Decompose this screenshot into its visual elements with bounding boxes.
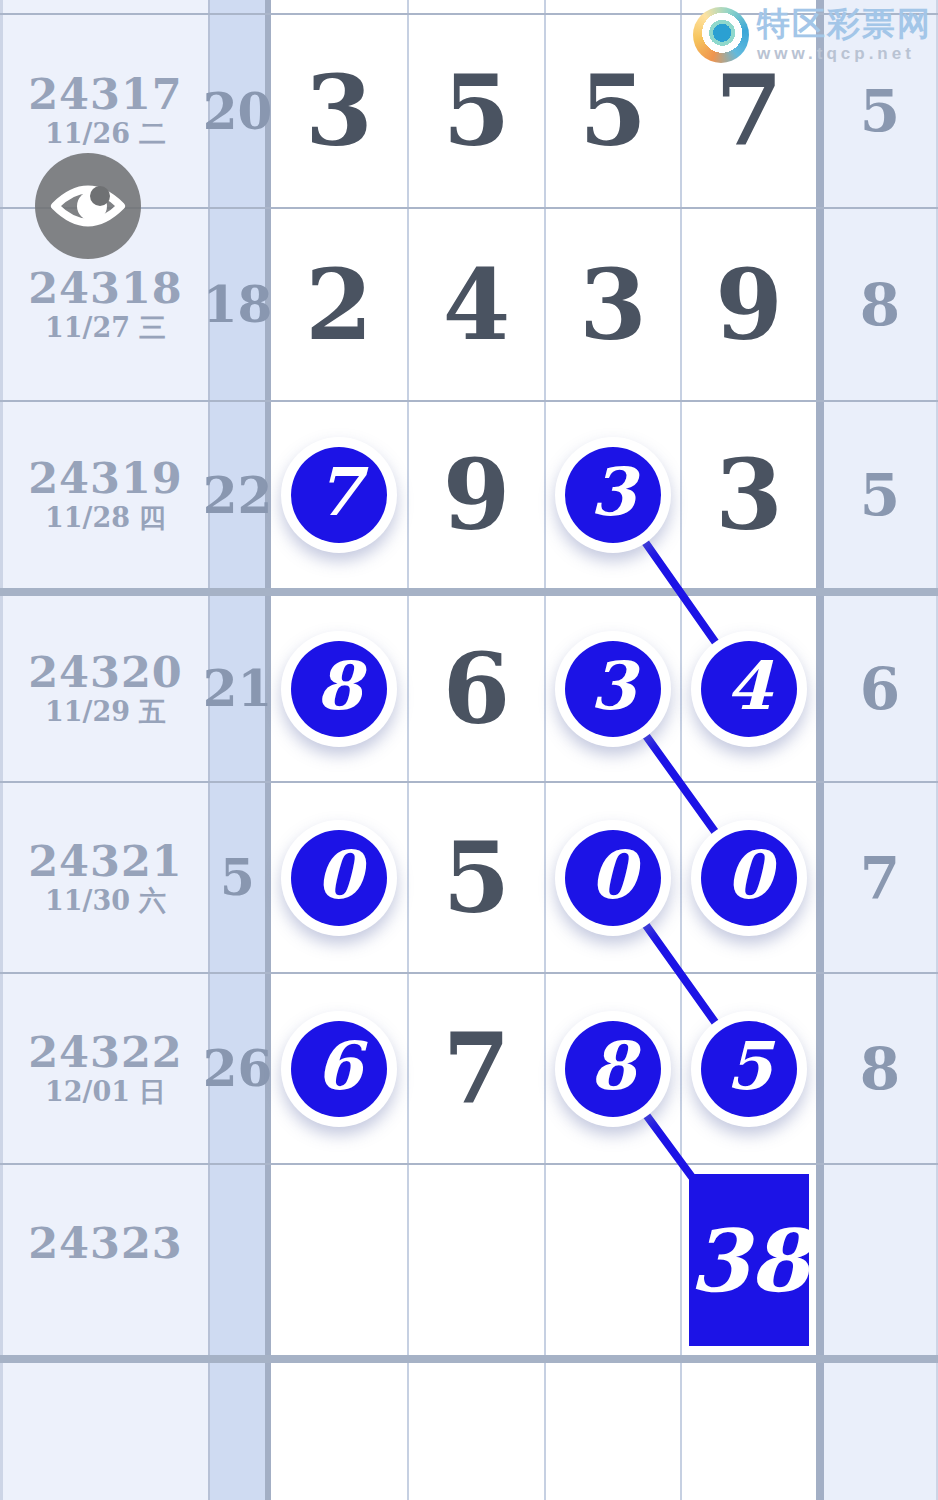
digit-cell bbox=[407, 0, 544, 13]
sum-cell bbox=[208, 0, 265, 13]
sum-cell: 5 bbox=[208, 783, 265, 972]
period-cell: 24323 bbox=[3, 1165, 208, 1355]
draw-date: 12/01日 bbox=[45, 1076, 166, 1108]
lottery-trend-chart: 24317 11/26二 20 3 5 5 7 5 24318 11/27三 1… bbox=[0, 0, 938, 1500]
digit-cell: 5 bbox=[680, 974, 816, 1163]
digit-cell bbox=[544, 1363, 680, 1500]
period-cell: 24321 11/30六 bbox=[3, 783, 208, 972]
digit-cell: 5 bbox=[407, 15, 544, 207]
draw-date: 11/30六 bbox=[45, 885, 166, 917]
tail-cell: 8 bbox=[824, 209, 936, 400]
digit-cell: 2 bbox=[271, 209, 407, 400]
digit-cell: 3 bbox=[544, 402, 680, 588]
digit-cell: 3 bbox=[271, 15, 407, 207]
section-border bbox=[0, 1355, 938, 1363]
period-cell: 24320 11/29五 bbox=[3, 596, 208, 781]
digit-cell: 3 bbox=[544, 209, 680, 400]
digit-cell: 5 bbox=[407, 783, 544, 972]
digit-cell bbox=[271, 0, 407, 13]
sum-cell: 22 bbox=[208, 402, 265, 588]
digit-cell: 8 bbox=[271, 596, 407, 781]
draw-date: 11/26二 bbox=[45, 118, 166, 150]
sum-cell: 20 bbox=[208, 15, 265, 207]
eye-icon bbox=[33, 151, 143, 261]
prediction-cell: 38 bbox=[689, 1174, 809, 1346]
period-cell: 24319 11/28四 bbox=[3, 402, 208, 588]
sum-cell bbox=[208, 1165, 265, 1355]
period-cell bbox=[3, 1363, 208, 1500]
digit-cell bbox=[271, 1363, 407, 1500]
digit-cell: 3 bbox=[544, 596, 680, 781]
digit-cell: 4 bbox=[680, 596, 816, 781]
separator-right-columns bbox=[816, 0, 824, 1500]
period-number: 24322 bbox=[28, 1029, 183, 1076]
period-number: 24317 bbox=[28, 71, 183, 118]
sum-cell bbox=[208, 1363, 265, 1500]
digit-cell: 4 bbox=[407, 209, 544, 400]
digit-cell: 38 bbox=[680, 1165, 816, 1355]
period-cell: 24322 12/01日 bbox=[3, 974, 208, 1163]
tail-cell bbox=[824, 1165, 936, 1355]
site-url: www.tqcp.net bbox=[757, 44, 932, 64]
draw-date bbox=[101, 1267, 110, 1299]
digit-cell bbox=[271, 1165, 407, 1355]
draw-date: 11/27三 bbox=[45, 312, 166, 344]
tail-cell: 7 bbox=[824, 783, 936, 972]
period-number: 24318 bbox=[28, 265, 183, 312]
period-number: 24320 bbox=[28, 649, 183, 696]
digit-cell: 0 bbox=[544, 783, 680, 972]
period-cell bbox=[3, 0, 208, 13]
tail-cell: 5 bbox=[824, 402, 936, 588]
sum-cell: 21 bbox=[208, 596, 265, 781]
sum-cell: 18 bbox=[208, 209, 265, 400]
digit-cell: 0 bbox=[680, 783, 816, 972]
digit-cell: 7 bbox=[407, 974, 544, 1163]
digit-cell: 3 bbox=[680, 402, 816, 588]
sum-cell: 26 bbox=[208, 974, 265, 1163]
period-number: 24321 bbox=[28, 838, 183, 885]
draw-date: 11/29五 bbox=[45, 696, 166, 728]
digit-cell bbox=[680, 1363, 816, 1500]
tail-cell: 8 bbox=[824, 974, 936, 1163]
tail-cell bbox=[824, 1363, 936, 1500]
digit-cell: 8 bbox=[544, 974, 680, 1163]
digit-cell bbox=[407, 1363, 544, 1500]
digit-cell: 9 bbox=[680, 209, 816, 400]
period-number: 24319 bbox=[28, 455, 183, 502]
eye-toggle-button[interactable] bbox=[33, 151, 143, 261]
period-number: 24323 bbox=[28, 1220, 183, 1267]
section-border bbox=[0, 588, 938, 596]
digit-cell bbox=[544, 1165, 680, 1355]
site-logo-swirl-icon bbox=[693, 7, 749, 63]
digit-cell bbox=[407, 1165, 544, 1355]
digit-cell: 7 bbox=[271, 402, 407, 588]
site-name: 特区彩票网 bbox=[757, 7, 932, 40]
digit-cell: 6 bbox=[271, 974, 407, 1163]
site-logo[interactable]: 特区彩票网 www.tqcp.net bbox=[693, 7, 932, 64]
digit-cell: 9 bbox=[407, 402, 544, 588]
digit-cell: 5 bbox=[544, 15, 680, 207]
digit-cell bbox=[544, 0, 680, 13]
digit-cell: 0 bbox=[271, 783, 407, 972]
digit-cell: 6 bbox=[407, 596, 544, 781]
tail-cell: 6 bbox=[824, 596, 936, 781]
draw-date: 11/28四 bbox=[45, 502, 166, 534]
